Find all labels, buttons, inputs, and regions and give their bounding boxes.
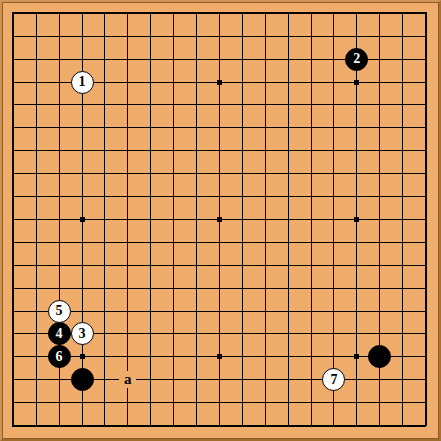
star-point <box>80 354 85 359</box>
star-point <box>354 217 359 222</box>
grid-line-vertical <box>402 12 403 426</box>
stone-black <box>71 368 94 391</box>
star-point <box>80 217 85 222</box>
star-point <box>217 354 222 359</box>
grid-line-vertical <box>425 12 427 426</box>
stone-black-2: 2 <box>345 48 368 71</box>
stone-black-6: 6 <box>48 345 71 368</box>
grid-line-horizontal <box>12 288 426 289</box>
stone-black <box>368 345 391 368</box>
grid-line-vertical <box>242 12 243 426</box>
point-label-a: a <box>119 371 136 388</box>
grid-line-vertical <box>288 12 289 426</box>
grid-line-horizontal <box>12 242 426 243</box>
stone-white-5: 5 <box>48 300 71 323</box>
stone-white-7: 7 <box>322 368 345 391</box>
star-point <box>217 217 222 222</box>
star-point <box>217 80 222 85</box>
go-board: 1234567a <box>0 0 441 441</box>
grid-line-horizontal <box>12 425 426 427</box>
stone-white-1: 1 <box>71 71 94 94</box>
grid-line-horizontal <box>12 402 426 403</box>
star-point <box>354 80 359 85</box>
grid-line-vertical <box>333 12 334 426</box>
stone-black-4: 4 <box>48 322 71 345</box>
board-grid: 1234567a <box>2 2 439 439</box>
star-point <box>354 354 359 359</box>
grid-line-vertical <box>265 12 266 426</box>
grid-line-horizontal <box>12 311 426 312</box>
grid-line-horizontal <box>12 265 426 266</box>
stone-white-3: 3 <box>71 322 94 345</box>
grid-line-vertical <box>311 12 312 426</box>
